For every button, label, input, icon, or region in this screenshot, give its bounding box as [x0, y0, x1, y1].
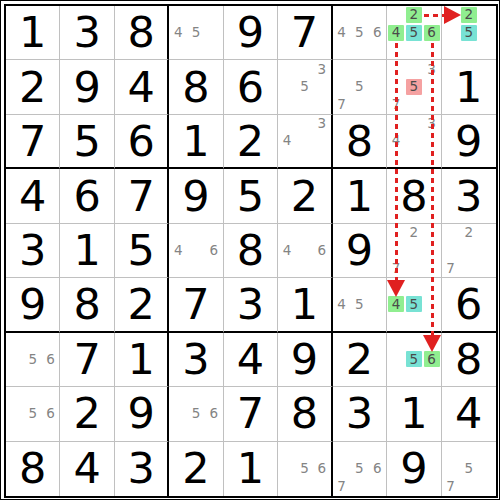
cell-r5c1[interactable]: 3 [6, 224, 60, 278]
given-digit: 3 [333, 387, 386, 440]
candidate-6[interactable]: 6 [369, 461, 385, 477]
cell-r2c2[interactable]: 9 [60, 60, 114, 114]
given-digit: 3 [115, 442, 167, 496]
given-digit: 8 [224, 224, 277, 277]
candidate-6[interactable]: 6 [43, 406, 59, 422]
candidate-7[interactable]: 7 [334, 479, 350, 495]
given-digit: 1 [387, 387, 440, 440]
given-digit: 6 [442, 278, 496, 330]
cell-r1c8[interactable]: 2456 [387, 6, 441, 60]
cell-r7c5[interactable]: 4 [224, 333, 278, 387]
candidate-6[interactable]: 6 [369, 25, 385, 41]
given-digit: 3 [6, 224, 59, 277]
given-digit: 7 [6, 115, 59, 167]
cell-r6c1[interactable]: 9 [6, 278, 60, 332]
cell-r4c9[interactable]: 3 [442, 169, 496, 223]
candidate-7[interactable]: 7 [388, 260, 404, 276]
given-digit: 5 [115, 224, 167, 277]
candidate-4[interactable]: 4 [388, 133, 404, 149]
given-digit: 1 [278, 278, 330, 330]
candidate-5[interactable]: 5 [406, 79, 422, 95]
candidate-2[interactable]: 2 [461, 7, 477, 23]
candidate-4[interactable]: 4 [334, 296, 350, 312]
cell-r5c2[interactable]: 1 [60, 224, 114, 278]
sudoku-app: 1384597456245625294863557357175612348349… [0, 0, 500, 500]
cell-r8c6[interactable]: 8 [278, 387, 332, 441]
given-digit: 9 [333, 224, 386, 277]
cell-r3c2[interactable]: 5 [60, 115, 114, 169]
cell-r5c5[interactable]: 8 [224, 224, 278, 278]
given-digit: 4 [60, 442, 113, 496]
cell-r7c3[interactable]: 1 [115, 333, 169, 387]
candidate-6[interactable]: 6 [424, 25, 440, 41]
cell-r2c4[interactable]: 8 [169, 60, 223, 114]
given-digit: 5 [224, 169, 277, 222]
candidate-6[interactable]: 6 [206, 406, 222, 422]
sudoku-board: 1384597456245625294863557357175612348349… [4, 4, 498, 498]
cell-r8c4[interactable]: 56 [169, 387, 223, 441]
cell-r9c9[interactable]: 57 [442, 442, 496, 496]
cell-r7c2[interactable]: 7 [60, 333, 114, 387]
candidate-4[interactable]: 4 [334, 25, 350, 41]
given-digit: 8 [60, 278, 113, 330]
given-digit: 3 [224, 278, 277, 330]
cell-r3c7[interactable]: 8 [333, 115, 387, 169]
cell-r6c2[interactable]: 8 [60, 278, 114, 332]
given-digit: 8 [278, 387, 330, 440]
cell-r8c9[interactable]: 4 [442, 387, 496, 441]
given-digit: 4 [442, 387, 496, 440]
given-digit: 1 [333, 169, 386, 222]
cell-r8c8[interactable]: 1 [387, 387, 441, 441]
cell-r3c1[interactable]: 7 [6, 115, 60, 169]
candidate-4[interactable]: 4 [388, 25, 404, 41]
given-digit: 1 [60, 224, 113, 277]
given-digit: 7 [115, 169, 167, 222]
candidate-5[interactable]: 5 [406, 25, 422, 41]
given-digit: 6 [115, 115, 167, 167]
given-digit: 2 [6, 60, 59, 113]
cell-r7c4[interactable]: 3 [169, 333, 223, 387]
cell-r6c4[interactable]: 7 [169, 278, 223, 332]
cell-r5c4[interactable]: 46 [169, 224, 223, 278]
given-digit: 9 [169, 169, 222, 222]
cell-r9c8[interactable]: 9 [387, 442, 441, 496]
cell-r3c8[interactable]: 34 [387, 115, 441, 169]
cell-r8c7[interactable]: 3 [333, 387, 387, 441]
given-digit: 8 [442, 333, 496, 386]
given-digit: 9 [6, 278, 59, 330]
cell-r9c5[interactable]: 1 [224, 442, 278, 496]
cell-r4c3[interactable]: 7 [115, 169, 169, 223]
cell-r1c3[interactable]: 8 [115, 6, 169, 60]
cell-r3c5[interactable]: 2 [224, 115, 278, 169]
cell-r5c3[interactable]: 5 [115, 224, 169, 278]
given-digit: 9 [115, 387, 167, 440]
candidate-6[interactable]: 6 [314, 461, 330, 477]
cell-r4c6[interactable]: 2 [278, 169, 332, 223]
cell-r1c1[interactable]: 1 [6, 6, 60, 60]
given-digit: 2 [224, 115, 277, 167]
cell-r1c6[interactable]: 7 [278, 6, 332, 60]
candidate-4[interactable]: 4 [279, 133, 295, 149]
cell-r6c5[interactable]: 3 [224, 278, 278, 332]
cell-r2c8[interactable]: 357 [387, 60, 441, 114]
candidate-6[interactable]: 6 [206, 242, 222, 258]
candidate-6[interactable]: 6 [424, 351, 440, 367]
cell-r2c9[interactable]: 1 [442, 60, 496, 114]
given-digit: 3 [169, 333, 222, 386]
candidate-5[interactable]: 5 [25, 406, 41, 422]
cell-r7c1[interactable]: 56 [6, 333, 60, 387]
candidate-5[interactable]: 5 [351, 296, 367, 312]
cell-r3c6[interactable]: 34 [278, 115, 332, 169]
given-digit: 1 [442, 60, 496, 113]
cell-r7c9[interactable]: 8 [442, 333, 496, 387]
cell-r3c4[interactable]: 1 [169, 115, 223, 169]
candidate-2[interactable]: 2 [406, 225, 422, 241]
given-digit: 9 [60, 60, 113, 113]
cell-r2c6[interactable]: 35 [278, 60, 332, 114]
given-digit: 2 [115, 278, 167, 330]
given-digit: 2 [333, 333, 386, 386]
given-digit: 1 [115, 333, 167, 386]
cell-r7c8[interactable]: 56 [387, 333, 441, 387]
given-digit: 2 [169, 442, 222, 496]
candidate-5[interactable]: 5 [351, 25, 367, 41]
given-digit: 7 [60, 333, 113, 386]
candidate-5[interactable]: 5 [351, 79, 367, 95]
cell-r2c1[interactable]: 2 [6, 60, 60, 114]
candidate-5[interactable]: 5 [461, 461, 477, 477]
given-digit: 3 [60, 6, 113, 59]
candidate-7[interactable]: 7 [388, 97, 404, 113]
cell-r6c6[interactable]: 1 [278, 278, 332, 332]
cell-r7c7[interactable]: 2 [333, 333, 387, 387]
given-digit: 7 [278, 6, 330, 59]
given-digit: 1 [224, 442, 277, 496]
cell-r8c2[interactable]: 2 [60, 387, 114, 441]
cell-r3c3[interactable]: 6 [115, 115, 169, 169]
given-digit: 9 [442, 115, 496, 167]
given-digit: 3 [442, 169, 496, 222]
cell-r5c7[interactable]: 9 [333, 224, 387, 278]
cell-r1c4[interactable]: 45 [169, 6, 223, 60]
cell-r9c6[interactable]: 56 [278, 442, 332, 496]
given-digit: 6 [224, 60, 277, 113]
cell-r4c1[interactable]: 4 [6, 169, 60, 223]
candidate-4[interactable]: 4 [388, 296, 404, 312]
given-digit: 9 [224, 6, 277, 59]
candidate-3[interactable]: 3 [314, 61, 330, 77]
cell-r4c2[interactable]: 6 [60, 169, 114, 223]
cell-r8c1[interactable]: 56 [6, 387, 60, 441]
cell-r6c8[interactable]: 45 [387, 278, 441, 332]
cell-r9c1[interactable]: 8 [6, 442, 60, 496]
candidate-4[interactable]: 4 [279, 242, 295, 258]
candidate-4[interactable]: 4 [170, 25, 186, 41]
candidate-5[interactable]: 5 [351, 461, 367, 477]
cell-r4c8[interactable]: 8 [387, 169, 441, 223]
given-digit: 8 [115, 6, 167, 59]
given-digit: 8 [169, 60, 222, 113]
cell-r1c5[interactable]: 9 [224, 6, 278, 60]
cell-r1c2[interactable]: 3 [60, 6, 114, 60]
candidate-2[interactable]: 2 [406, 7, 422, 23]
cell-r9c4[interactable]: 2 [169, 442, 223, 496]
cell-r3c9[interactable]: 9 [442, 115, 496, 169]
given-digit: 6 [60, 169, 113, 222]
cell-r8c5[interactable]: 7 [224, 387, 278, 441]
cell-r6c7[interactable]: 45 [333, 278, 387, 332]
candidate-5[interactable]: 5 [188, 406, 204, 422]
cell-r9c2[interactable]: 4 [60, 442, 114, 496]
candidate-5[interactable]: 5 [25, 351, 41, 367]
cell-r1c9[interactable]: 25 [442, 6, 496, 60]
given-digit: 9 [387, 442, 440, 496]
cell-r9c7[interactable]: 567 [333, 442, 387, 496]
candidate-3[interactable]: 3 [424, 116, 440, 132]
candidate-3[interactable]: 3 [314, 116, 330, 132]
cell-r4c5[interactable]: 5 [224, 169, 278, 223]
given-digit: 7 [224, 387, 277, 440]
given-digit: 1 [169, 115, 222, 167]
candidate-7[interactable]: 7 [443, 260, 459, 276]
candidate-5[interactable]: 5 [406, 296, 422, 312]
candidate-2[interactable]: 2 [461, 225, 477, 241]
given-digit: 2 [278, 169, 330, 222]
cell-r4c7[interactable]: 1 [333, 169, 387, 223]
given-digit: 2 [60, 387, 113, 440]
given-digit: 9 [278, 333, 330, 386]
candidate-7[interactable]: 7 [443, 479, 459, 495]
cell-r5c9[interactable]: 27 [442, 224, 496, 278]
cell-r6c9[interactable]: 6 [442, 278, 496, 332]
given-digit: 8 [387, 169, 440, 222]
candidate-5[interactable]: 5 [296, 79, 312, 95]
cell-r4c4[interactable]: 9 [169, 169, 223, 223]
candidate-7[interactable]: 7 [334, 97, 350, 113]
cell-r2c7[interactable]: 57 [333, 60, 387, 114]
given-digit: 4 [224, 333, 277, 386]
cell-r5c6[interactable]: 46 [278, 224, 332, 278]
cell-r6c3[interactable]: 2 [115, 278, 169, 332]
candidate-4[interactable]: 4 [170, 242, 186, 258]
cell-r1c7[interactable]: 456 [333, 6, 387, 60]
cell-r2c3[interactable]: 4 [115, 60, 169, 114]
cell-r7c6[interactable]: 9 [278, 333, 332, 387]
cell-r9c3[interactable]: 3 [115, 442, 169, 496]
given-digit: 5 [60, 115, 113, 167]
given-digit: 4 [115, 60, 167, 113]
candidate-5[interactable]: 5 [188, 25, 204, 41]
cell-r5c8[interactable]: 27 [387, 224, 441, 278]
candidate-5[interactable]: 5 [461, 25, 477, 41]
cell-r2c5[interactable]: 6 [224, 60, 278, 114]
candidate-6[interactable]: 6 [43, 351, 59, 367]
given-digit: 7 [169, 278, 222, 330]
given-digit: 1 [6, 6, 59, 59]
cell-r8c3[interactable]: 9 [115, 387, 169, 441]
given-digit: 8 [6, 442, 59, 496]
given-digit: 4 [6, 169, 59, 222]
given-digit: 8 [333, 115, 386, 167]
candidate-6[interactable]: 6 [314, 242, 330, 258]
candidate-3[interactable]: 3 [424, 61, 440, 77]
candidate-5[interactable]: 5 [296, 461, 312, 477]
candidate-5[interactable]: 5 [406, 351, 422, 367]
